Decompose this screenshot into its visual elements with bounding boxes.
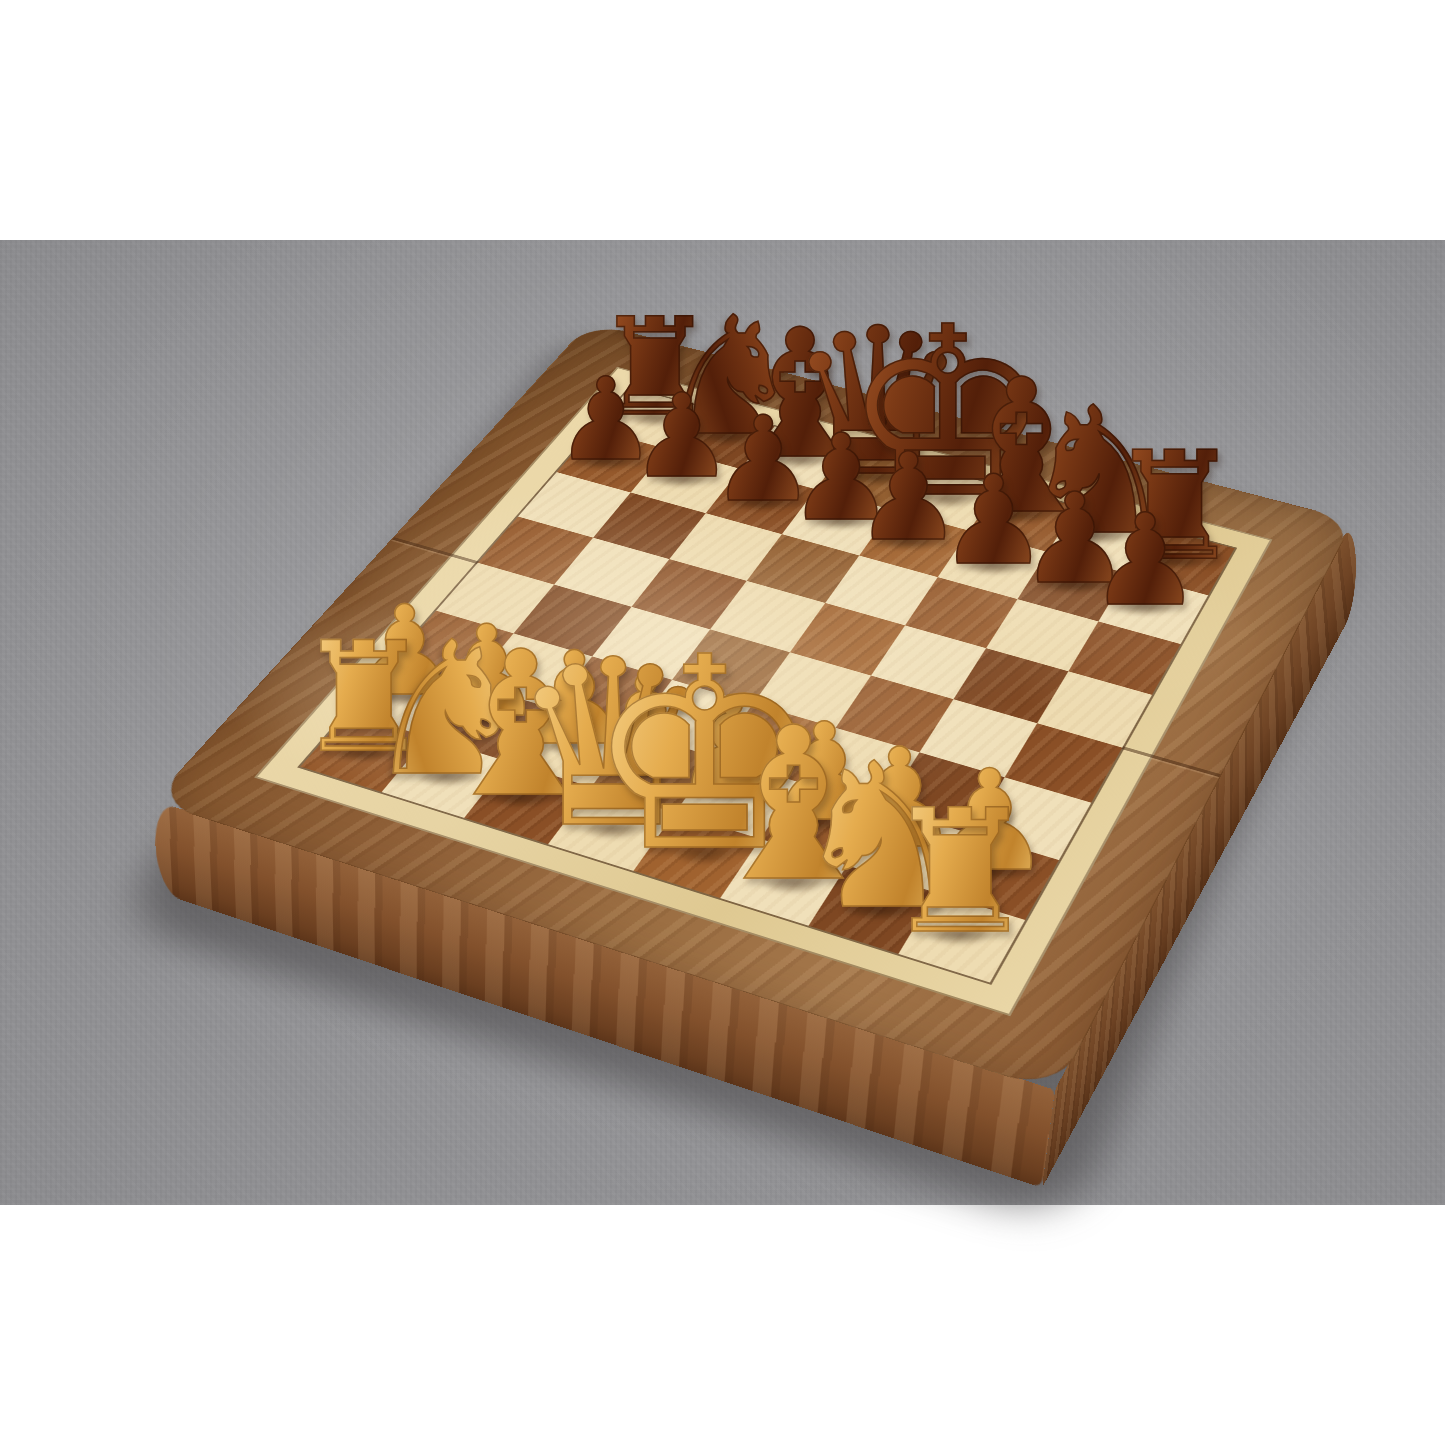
- piece-white-rook[interactable]: ♜: [884, 787, 1037, 958]
- chess-photo-scene: ♜♞♝♟♛♟♚♟♝♟♞♟♜♟♟♟♟♟♟♜♟♞♟♝♟♛♟♚♟♝♞♜: [0, 0, 1445, 1445]
- piece-black-pawn[interactable]: ♟: [1089, 497, 1202, 623]
